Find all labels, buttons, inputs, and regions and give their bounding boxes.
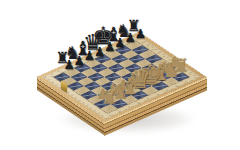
- piece-black-pawn: ♟: [114, 37, 125, 50]
- piece-black-pawn: ♟: [74, 55, 85, 68]
- piece-black-pawn: ♟: [135, 28, 146, 41]
- chess-set-photo: ♜♞♝♛♚♝♞♜♟♟♟♟♟♟♟♟♟♟♟♟♟♟♟♟♜♞♝♛♚♝♞♜: [0, 0, 240, 150]
- piece-black-pawn: ♟: [104, 42, 115, 55]
- piece-white-rook: ♜: [101, 88, 117, 106]
- piece-black-pawn: ♟: [84, 51, 95, 64]
- piece-black-pawn: ♟: [63, 60, 74, 73]
- piece-black-pawn: ♟: [125, 33, 136, 46]
- piece-black-pawn: ♟: [94, 46, 105, 59]
- pieces-layer: ♜♞♝♛♚♝♞♜♟♟♟♟♟♟♟♟♟♟♟♟♟♟♟♟♜♞♝♛♚♝♞♜: [0, 0, 240, 150]
